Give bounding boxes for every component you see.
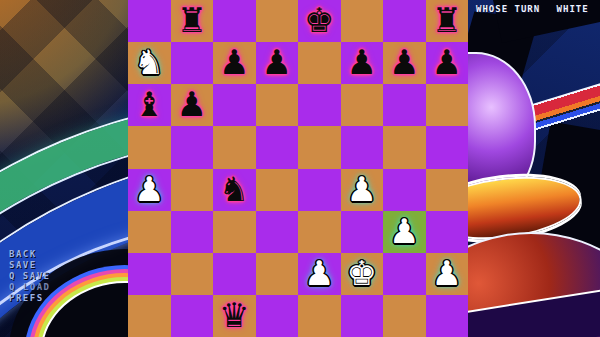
square-g4[interactable] bbox=[383, 169, 426, 211]
square-g2[interactable] bbox=[383, 253, 426, 295]
piece-white-king-f2[interactable]: ♚ bbox=[347, 256, 377, 290]
game-menu: BACK SAVE Q SAVE Q LOAD PREFS bbox=[9, 249, 51, 304]
square-h3[interactable] bbox=[426, 211, 469, 253]
piece-black-knight-c4[interactable]: ♞ bbox=[219, 172, 249, 206]
square-e6[interactable] bbox=[298, 84, 341, 126]
menu-item-prefs[interactable]: PREFS bbox=[9, 293, 51, 304]
square-d5[interactable] bbox=[256, 126, 299, 168]
square-e1[interactable] bbox=[298, 295, 341, 337]
menu-item-save[interactable]: SAVE bbox=[9, 260, 51, 271]
square-a2[interactable] bbox=[128, 253, 171, 295]
square-c8[interactable] bbox=[213, 0, 256, 42]
square-e2[interactable]: ♟ bbox=[298, 253, 341, 295]
square-a5[interactable] bbox=[128, 126, 171, 168]
square-c3[interactable] bbox=[213, 211, 256, 253]
turn-indicator: WHOSE TURN WHITE bbox=[476, 4, 589, 14]
square-g1[interactable] bbox=[383, 295, 426, 337]
square-b4[interactable] bbox=[171, 169, 214, 211]
menu-item-back[interactable]: BACK bbox=[9, 249, 51, 260]
square-d3[interactable] bbox=[256, 211, 299, 253]
square-b1[interactable] bbox=[171, 295, 214, 337]
square-d8[interactable] bbox=[256, 0, 299, 42]
square-h4[interactable] bbox=[426, 169, 469, 211]
square-a7[interactable]: ♞ bbox=[128, 42, 171, 84]
piece-white-knight-a7[interactable]: ♞ bbox=[134, 45, 164, 79]
square-h5[interactable] bbox=[426, 126, 469, 168]
square-d6[interactable] bbox=[256, 84, 299, 126]
square-f4[interactable]: ♟ bbox=[341, 169, 384, 211]
chess-board: ♜♚♜♞♟♟♟♟♟♝♟♟♞♟♟♟♚♟♛ bbox=[128, 0, 468, 337]
piece-black-pawn-d7[interactable]: ♟ bbox=[262, 45, 292, 79]
square-f5[interactable] bbox=[341, 126, 384, 168]
square-f7[interactable]: ♟ bbox=[341, 42, 384, 84]
piece-white-pawn-h2[interactable]: ♟ bbox=[432, 256, 462, 290]
square-f8[interactable] bbox=[341, 0, 384, 42]
piece-white-pawn-e2[interactable]: ♟ bbox=[304, 256, 334, 290]
square-a6[interactable]: ♝ bbox=[128, 84, 171, 126]
square-h1[interactable] bbox=[426, 295, 469, 337]
piece-black-rook-b8[interactable]: ♜ bbox=[177, 3, 207, 37]
square-b8[interactable]: ♜ bbox=[171, 0, 214, 42]
square-h6[interactable] bbox=[426, 84, 469, 126]
square-e3[interactable] bbox=[298, 211, 341, 253]
square-c1[interactable]: ♛ bbox=[213, 295, 256, 337]
square-c6[interactable] bbox=[213, 84, 256, 126]
piece-white-pawn-f4[interactable]: ♟ bbox=[347, 172, 377, 206]
piece-black-bishop-a6[interactable]: ♝ bbox=[134, 87, 164, 121]
menu-item-qsave[interactable]: Q SAVE bbox=[9, 271, 51, 282]
game-window: ♜♚♜♞♟♟♟♟♟♝♟♟♞♟♟♟♚♟♛ WHOSE TURN WHITE BAC… bbox=[0, 0, 600, 337]
background-art-right bbox=[468, 0, 600, 337]
piece-black-pawn-h7[interactable]: ♟ bbox=[432, 45, 462, 79]
piece-white-pawn-a4[interactable]: ♟ bbox=[134, 172, 164, 206]
square-h7[interactable]: ♟ bbox=[426, 42, 469, 84]
piece-black-pawn-b6[interactable]: ♟ bbox=[177, 87, 207, 121]
menu-item-qload[interactable]: Q LOAD bbox=[9, 282, 51, 293]
square-b7[interactable] bbox=[171, 42, 214, 84]
square-c2[interactable] bbox=[213, 253, 256, 295]
square-d4[interactable] bbox=[256, 169, 299, 211]
square-f6[interactable] bbox=[341, 84, 384, 126]
square-d2[interactable] bbox=[256, 253, 299, 295]
piece-black-pawn-f7[interactable]: ♟ bbox=[347, 45, 377, 79]
square-h8[interactable]: ♜ bbox=[426, 0, 469, 42]
square-c5[interactable] bbox=[213, 126, 256, 168]
square-d7[interactable]: ♟ bbox=[256, 42, 299, 84]
turn-value: WHITE bbox=[557, 4, 589, 14]
square-d1[interactable] bbox=[256, 295, 299, 337]
square-e7[interactable] bbox=[298, 42, 341, 84]
piece-black-pawn-c7[interactable]: ♟ bbox=[219, 45, 249, 79]
square-e8[interactable]: ♚ bbox=[298, 0, 341, 42]
square-b3[interactable] bbox=[171, 211, 214, 253]
piece-black-pawn-g7[interactable]: ♟ bbox=[389, 45, 419, 79]
square-g6[interactable] bbox=[383, 84, 426, 126]
square-b5[interactable] bbox=[171, 126, 214, 168]
square-b2[interactable] bbox=[171, 253, 214, 295]
square-e5[interactable] bbox=[298, 126, 341, 168]
piece-white-pawn-g3[interactable]: ♟ bbox=[389, 214, 419, 248]
piece-black-rook-h8[interactable]: ♜ bbox=[432, 3, 462, 37]
square-g3[interactable]: ♟ bbox=[383, 211, 426, 253]
square-c4[interactable]: ♞ bbox=[213, 169, 256, 211]
square-g5[interactable] bbox=[383, 126, 426, 168]
square-b6[interactable]: ♟ bbox=[171, 84, 214, 126]
square-e4[interactable] bbox=[298, 169, 341, 211]
square-c7[interactable]: ♟ bbox=[213, 42, 256, 84]
square-a1[interactable] bbox=[128, 295, 171, 337]
square-g7[interactable]: ♟ bbox=[383, 42, 426, 84]
square-f3[interactable] bbox=[341, 211, 384, 253]
turn-label: WHOSE TURN bbox=[476, 4, 540, 14]
square-f2[interactable]: ♚ bbox=[341, 253, 384, 295]
piece-black-queen-c1[interactable]: ♛ bbox=[219, 298, 249, 332]
square-h2[interactable]: ♟ bbox=[426, 253, 469, 295]
square-a8[interactable] bbox=[128, 0, 171, 42]
square-f1[interactable] bbox=[341, 295, 384, 337]
square-a4[interactable]: ♟ bbox=[128, 169, 171, 211]
square-g8[interactable] bbox=[383, 0, 426, 42]
piece-black-king-e8[interactable]: ♚ bbox=[304, 3, 334, 37]
square-a3[interactable] bbox=[128, 211, 171, 253]
